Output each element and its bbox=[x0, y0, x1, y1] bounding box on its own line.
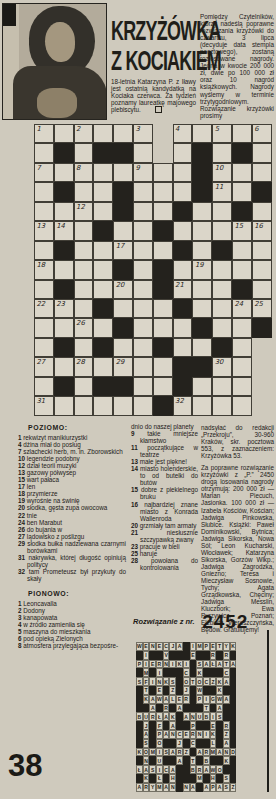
solution-black-cell bbox=[223, 704, 230, 713]
solution-letter-cell: T bbox=[203, 704, 210, 713]
across-clues: 1 rekwizyt manikiurzystki4 dżina miał do… bbox=[18, 434, 126, 582]
cell-r14c9[interactable] bbox=[192, 377, 212, 396]
cell-r7c7[interactable] bbox=[153, 241, 173, 260]
cell-r8c11[interactable] bbox=[232, 260, 252, 279]
solution-letter-cell: C bbox=[203, 677, 210, 686]
cell-r9c5[interactable]: 20 bbox=[113, 280, 133, 299]
cell-r3c8[interactable] bbox=[173, 163, 193, 182]
clue-item: 12 dział teorii muzyki bbox=[18, 462, 126, 469]
solution-letter-cell: K bbox=[216, 677, 223, 686]
cell-number: 5 bbox=[215, 125, 219, 133]
cell-r5c12[interactable] bbox=[252, 202, 272, 221]
black-cell bbox=[173, 377, 193, 396]
cell-r11c7[interactable] bbox=[153, 318, 173, 337]
solution-letter-cell: I bbox=[143, 651, 150, 660]
cell-r11c6[interactable] bbox=[133, 318, 153, 337]
solution-black-cell bbox=[230, 686, 237, 695]
solution-letter-cell: M bbox=[143, 668, 150, 677]
cell-r4c8[interactable] bbox=[173, 182, 193, 201]
solution-letter-cell: E bbox=[183, 730, 190, 739]
solution-letter-cell: P bbox=[203, 642, 210, 651]
cell-r15c5[interactable] bbox=[113, 396, 133, 415]
cell-r5c6[interactable] bbox=[133, 202, 153, 221]
black-cell bbox=[153, 338, 173, 357]
clue-item: 23 pracuje w bieli bbox=[131, 543, 198, 550]
solution-letter-cell: L bbox=[169, 695, 176, 704]
editorial-column: nadsyłać do redakcji „Przekroju”, 30-960… bbox=[201, 424, 274, 633]
down-clues-col1: 1 Leoncavalla2 Dodony3 kanapowata4 w źró… bbox=[18, 600, 126, 649]
cell-number: 10 bbox=[215, 164, 224, 172]
solution-black-cell bbox=[216, 739, 223, 748]
cell-r1c11[interactable] bbox=[232, 124, 252, 143]
cell-r10c11[interactable]: 24 bbox=[232, 299, 252, 318]
cell-r8c9[interactable]: 19 bbox=[192, 260, 212, 279]
cell-r6c3[interactable] bbox=[74, 221, 94, 240]
solution-black-cell bbox=[176, 765, 183, 774]
solution-letter-cell: A bbox=[149, 704, 156, 713]
cell-r11c1[interactable] bbox=[34, 318, 54, 337]
solution-letter-cell: K bbox=[169, 712, 176, 721]
cell-r1c8[interactable]: 4 bbox=[173, 124, 193, 143]
cell-number: 24 bbox=[234, 300, 243, 308]
cell-r9c8[interactable]: 21 bbox=[173, 280, 193, 299]
solution-letter-cell: W bbox=[136, 642, 143, 651]
cell-r7c1[interactable] bbox=[34, 241, 54, 260]
no-cell bbox=[252, 377, 272, 396]
cell-r7c5[interactable]: 17 bbox=[113, 241, 133, 260]
solution-letter-cell: U bbox=[196, 712, 203, 721]
solution-letter-cell: Y bbox=[223, 642, 230, 651]
solution-letter-cell: J bbox=[183, 686, 190, 695]
solution-black-cell bbox=[190, 668, 197, 677]
cell-r12c6[interactable] bbox=[133, 338, 153, 357]
woman-arm bbox=[37, 88, 77, 118]
solution-letter-cell: Z bbox=[183, 748, 190, 757]
solution-black-cell bbox=[149, 668, 156, 677]
solution-letter-cell: R bbox=[176, 748, 183, 757]
cell-r10c10[interactable] bbox=[212, 299, 232, 318]
cell-r4c4[interactable] bbox=[93, 182, 113, 201]
solution-letter-cell: S bbox=[169, 677, 176, 686]
cell-r1c9[interactable] bbox=[192, 124, 212, 143]
cell-r14c1[interactable] bbox=[34, 377, 54, 396]
solution-black-cell bbox=[143, 704, 150, 713]
cell-r6c2[interactable]: 14 bbox=[54, 221, 74, 240]
cell-r8c12[interactable] bbox=[252, 260, 272, 279]
cell-r6c1[interactable]: 13 bbox=[34, 221, 54, 240]
cell-r2c3[interactable] bbox=[74, 143, 94, 162]
cell-number: 20 bbox=[116, 281, 125, 289]
cell-r9c10[interactable] bbox=[212, 280, 232, 299]
cell-r5c1[interactable] bbox=[34, 202, 54, 221]
solution-letter-cell: B bbox=[203, 756, 210, 765]
page-number: 38 bbox=[8, 748, 42, 784]
clue-item: 13 gazowy półwysep bbox=[18, 469, 126, 476]
solution-black-cell bbox=[216, 651, 223, 660]
solution-letter-cell: R bbox=[149, 712, 156, 721]
cell-r10c5[interactable] bbox=[113, 299, 133, 318]
clue-item: 14 miasto holenderskie, to od butelki do… bbox=[131, 465, 198, 486]
cell-r10c7[interactable] bbox=[153, 299, 173, 318]
cell-r15c8[interactable]: 32 bbox=[173, 396, 193, 415]
solution-black-cell bbox=[183, 774, 190, 783]
solution-letter-cell: I bbox=[156, 748, 163, 757]
cell-r10c1[interactable]: 22 bbox=[34, 299, 54, 318]
solution-letter-cell: S bbox=[223, 774, 230, 783]
solution-letter-cell: P bbox=[210, 783, 217, 792]
cell-r10c12[interactable]: 25 bbox=[252, 299, 272, 318]
solution-black-cell bbox=[223, 765, 230, 774]
cell-r7c9[interactable] bbox=[192, 241, 212, 260]
cell-r13c11[interactable] bbox=[232, 357, 252, 376]
cell-r9c9[interactable] bbox=[192, 280, 212, 299]
cell-number: 25 bbox=[254, 300, 263, 308]
solution-letter-cell: A bbox=[163, 695, 170, 704]
clue-item: 20 grzmiały tam armaty bbox=[131, 522, 198, 529]
cell-r14c10[interactable] bbox=[212, 377, 232, 396]
cell-r10c2[interactable]: 23 bbox=[54, 299, 74, 318]
cell-r15c2[interactable] bbox=[54, 396, 74, 415]
cell-r6c8[interactable] bbox=[173, 221, 193, 240]
cell-r2c8[interactable] bbox=[173, 143, 193, 162]
solution-letter-cell: P bbox=[136, 660, 143, 669]
solution-letter-cell: B bbox=[136, 712, 143, 721]
cell-number: 19 bbox=[195, 261, 204, 269]
cell-number: 3 bbox=[135, 125, 139, 133]
solution-letter-cell: A bbox=[216, 783, 223, 792]
solution-letter-cell: N bbox=[190, 712, 197, 721]
cell-r13c5[interactable]: 29 bbox=[113, 357, 133, 376]
solution-letter-cell: Z bbox=[230, 783, 237, 792]
cell-r14c7[interactable] bbox=[153, 377, 173, 396]
cell-r8c8[interactable] bbox=[173, 260, 193, 279]
solution-letter-cell: R bbox=[156, 660, 163, 669]
solution-letter-cell: S bbox=[143, 739, 150, 748]
cell-r9c3[interactable] bbox=[74, 280, 94, 299]
solution-letter-cell: S bbox=[163, 748, 170, 757]
black-cell bbox=[153, 396, 173, 415]
cell-r10c9[interactable] bbox=[192, 299, 212, 318]
clue-item: 6 pod opieką Zielonych bbox=[18, 635, 126, 642]
no-cell bbox=[153, 143, 173, 162]
solution-black-cell bbox=[183, 704, 190, 713]
cell-r1c4[interactable] bbox=[93, 124, 113, 143]
cell-r3c12[interactable] bbox=[252, 163, 272, 182]
solution-black-cell bbox=[149, 721, 156, 730]
solution-black-cell bbox=[163, 756, 170, 765]
black-cell bbox=[192, 357, 212, 376]
cell-r1c1[interactable]: 1 bbox=[34, 124, 54, 143]
cell-r11c10[interactable] bbox=[212, 318, 232, 337]
cell-r3c11[interactable] bbox=[232, 163, 252, 182]
cell-r6c9[interactable] bbox=[192, 221, 212, 240]
cell-r15c4[interactable] bbox=[93, 396, 113, 415]
solution-black-cell bbox=[163, 774, 170, 783]
solution-letter-cell: R bbox=[223, 651, 230, 660]
solution-letter-cell: T bbox=[143, 686, 150, 695]
solution-letter-cell: O bbox=[183, 677, 190, 686]
solution-letter-cell: A bbox=[183, 712, 190, 721]
cell-number: 11 bbox=[215, 183, 224, 191]
solution-letter-cell: W bbox=[156, 695, 163, 704]
solution-black-cell bbox=[203, 774, 210, 783]
cell-r7c11[interactable] bbox=[232, 241, 252, 260]
cell-r15c10[interactable] bbox=[212, 396, 232, 415]
solution-black-cell bbox=[230, 704, 237, 713]
solution-black-cell bbox=[230, 721, 237, 730]
cell-r12c1[interactable] bbox=[34, 338, 54, 357]
cell-r4c3[interactable] bbox=[74, 182, 94, 201]
solution-black-cell bbox=[230, 677, 237, 686]
cell-r13c3[interactable]: 28 bbox=[74, 357, 94, 376]
cell-r4c11[interactable] bbox=[232, 182, 252, 201]
black-cell bbox=[192, 143, 212, 162]
clue-item: 28 powołana do kontrolowania bbox=[131, 557, 198, 571]
solution-letter-cell: E bbox=[143, 642, 150, 651]
down-clues-col2: dnio do naszej planety9 takie mniejsze k… bbox=[131, 423, 198, 571]
solution-black-cell bbox=[216, 721, 223, 730]
cell-r15c3[interactable] bbox=[74, 396, 94, 415]
cell-r6c5[interactable] bbox=[113, 221, 133, 240]
solution-black-cell bbox=[163, 686, 170, 695]
solution-letter-cell: A bbox=[176, 642, 183, 651]
solution-letter-cell: M bbox=[196, 774, 203, 783]
cell-r3c1[interactable]: 7 bbox=[34, 163, 54, 182]
cell-r8c1[interactable]: 18 bbox=[34, 260, 54, 279]
clue-item: 7 szlachecki herb, m. in. Zborowskich bbox=[18, 448, 126, 455]
cell-r11c2[interactable] bbox=[54, 318, 74, 337]
solution-letter-cell: R bbox=[143, 783, 150, 792]
cell-r15c11[interactable] bbox=[232, 396, 252, 415]
cell-r4c10[interactable]: 11 bbox=[212, 182, 232, 201]
cell-number: 17 bbox=[116, 242, 125, 250]
cell-r6c11[interactable]: 15 bbox=[232, 221, 252, 240]
solution-black-cell bbox=[149, 774, 156, 783]
cell-r12c3[interactable] bbox=[74, 338, 94, 357]
solution-letter-cell: A bbox=[223, 695, 230, 704]
clue-item: 1 rekwizyt manikiurzystki bbox=[18, 434, 126, 441]
cell-number: 22 bbox=[37, 300, 46, 308]
cell-r8c2[interactable] bbox=[54, 260, 74, 279]
cell-r5c9[interactable] bbox=[192, 202, 212, 221]
cell-r11c4[interactable] bbox=[93, 318, 113, 337]
cell-r12c11[interactable] bbox=[232, 338, 252, 357]
solution-letter-cell: A bbox=[190, 783, 197, 792]
solution-grid: WENECJAIMPETYKIVERRPIERNIKISAŁATAMICKCSF… bbox=[136, 642, 236, 792]
cell-r3c6[interactable]: 9 bbox=[133, 163, 153, 182]
cell-r15c1[interactable]: 31 bbox=[34, 396, 54, 415]
solution-black-cell bbox=[230, 774, 237, 783]
cell-number: 1 bbox=[37, 125, 41, 133]
solution-letter-cell: N bbox=[183, 783, 190, 792]
cell-r9c6[interactable] bbox=[133, 280, 153, 299]
solution-letter-cell: Y bbox=[149, 783, 156, 792]
cell-number: 21 bbox=[175, 281, 184, 289]
cell-r6c10[interactable] bbox=[212, 221, 232, 240]
crossword-grid: 1234567891011121314151617181920212223242… bbox=[34, 124, 272, 416]
solution-letter-cell: A bbox=[143, 730, 150, 739]
cell-r1c5[interactable] bbox=[113, 124, 133, 143]
solution-letter-cell: A bbox=[223, 677, 230, 686]
cell-r3c10[interactable]: 10 bbox=[212, 163, 232, 182]
cell-number: 26 bbox=[76, 319, 85, 327]
cell-r9c12[interactable] bbox=[252, 280, 272, 299]
cell-r11c8[interactable] bbox=[173, 318, 193, 337]
cell-r13c2[interactable] bbox=[54, 357, 74, 376]
cell-r14c6[interactable] bbox=[133, 377, 153, 396]
solution-letter-cell: T bbox=[223, 660, 230, 669]
solution-letter-cell: A bbox=[203, 660, 210, 669]
cell-r1c12[interactable]: 6 bbox=[252, 124, 272, 143]
cell-r5c10[interactable] bbox=[212, 202, 232, 221]
cell-r12c8[interactable] bbox=[173, 338, 193, 357]
solution-letter-cell: A bbox=[169, 765, 176, 774]
cell-r14c11[interactable] bbox=[232, 377, 252, 396]
cell-r7c4[interactable] bbox=[93, 241, 113, 260]
cell-r14c3[interactable] bbox=[74, 377, 94, 396]
cell-r5c7[interactable] bbox=[153, 202, 173, 221]
title-line1: KRZYŻÓWKA bbox=[111, 16, 197, 45]
cell-r13c7[interactable] bbox=[153, 357, 173, 376]
solution-black-cell bbox=[210, 668, 217, 677]
cell-r4c1[interactable] bbox=[34, 182, 54, 201]
cell-r12c5[interactable] bbox=[113, 338, 133, 357]
cell-r3c4[interactable] bbox=[93, 163, 113, 182]
black-cell bbox=[153, 221, 173, 240]
solution-black-cell bbox=[183, 642, 190, 651]
solution-black-cell bbox=[169, 651, 176, 660]
cell-r12c9[interactable] bbox=[192, 338, 212, 357]
cell-r3c3[interactable]: 8 bbox=[74, 163, 94, 182]
cell-r6c12[interactable]: 16 bbox=[252, 221, 272, 240]
solution-letter-cell: C bbox=[223, 668, 230, 677]
black-cell bbox=[54, 143, 74, 162]
solution-letter-cell: H bbox=[169, 774, 176, 783]
solution-letter-cell: C bbox=[190, 739, 197, 748]
black-cell bbox=[173, 202, 193, 221]
solution-black-cell bbox=[203, 721, 210, 730]
cell-r2c10[interactable] bbox=[212, 143, 232, 162]
solution-letter-cell: Ł bbox=[156, 774, 163, 783]
solution-letter-cell: A bbox=[196, 748, 203, 757]
clue-item: 24 ben Marabut bbox=[18, 519, 126, 526]
solution-letter-cell: A bbox=[216, 660, 223, 669]
cell-r1c10[interactable]: 5 bbox=[212, 124, 232, 143]
clue-item: 1 Leoncavalla bbox=[18, 600, 126, 607]
no-cell bbox=[252, 357, 272, 376]
solution-black-cell bbox=[149, 651, 156, 660]
cell-r9c1[interactable] bbox=[34, 280, 54, 299]
cell-r13c4[interactable] bbox=[93, 357, 113, 376]
black-cell bbox=[212, 338, 232, 357]
solution-letter-cell: F bbox=[143, 677, 150, 686]
black-cell bbox=[93, 338, 113, 357]
cell-r7c3[interactable] bbox=[74, 241, 94, 260]
solution-heading-label: Rozwiązanie z nr. bbox=[133, 617, 195, 626]
cell-r13c6[interactable] bbox=[133, 357, 153, 376]
solution-letter-cell: B bbox=[190, 765, 197, 774]
cell-r7c12[interactable] bbox=[252, 241, 272, 260]
cell-r8c3[interactable] bbox=[74, 260, 94, 279]
intro-text: 18-letnia Katarzyna P. z Iławy jest osta… bbox=[111, 78, 196, 113]
black-cell bbox=[113, 202, 133, 221]
cell-r1c2[interactable] bbox=[54, 124, 74, 143]
cell-r8c4[interactable] bbox=[93, 260, 113, 279]
solution-letter-cell: N bbox=[149, 642, 156, 651]
solution-black-cell bbox=[216, 774, 223, 783]
black-cell bbox=[173, 357, 193, 376]
cell-r10c3[interactable] bbox=[74, 299, 94, 318]
solution-letter-cell: A bbox=[230, 660, 237, 669]
black-cell bbox=[173, 299, 193, 318]
solution-black-cell bbox=[163, 668, 170, 677]
cell-r13c1[interactable]: 27 bbox=[34, 357, 54, 376]
cell-r6c6[interactable] bbox=[133, 221, 153, 240]
cell-r8c10[interactable] bbox=[212, 260, 232, 279]
solution-letter-cell: A bbox=[136, 783, 143, 792]
black-cell bbox=[232, 202, 252, 221]
cell-r3c2[interactable] bbox=[54, 163, 74, 182]
clue-item: 3 kanapowata bbox=[18, 614, 126, 621]
solution-black-cell bbox=[136, 695, 143, 704]
solution-letter-cell: W bbox=[196, 686, 203, 695]
solution-letter-cell: T bbox=[216, 642, 223, 651]
cell-r7c6[interactable] bbox=[133, 241, 153, 260]
solution-letter-cell: A bbox=[176, 704, 183, 713]
solution-letter-cell: E bbox=[190, 651, 197, 660]
solution-black-cell bbox=[210, 756, 217, 765]
cell-r11c3[interactable]: 26 bbox=[74, 318, 94, 337]
cell-r4c7[interactable] bbox=[153, 182, 173, 201]
solution-letter-cell: E bbox=[210, 642, 217, 651]
clue-item: 32 tam Prometeusz był przykuty do skały bbox=[18, 568, 126, 582]
cell-r8c6[interactable] bbox=[133, 260, 153, 279]
solution-letter-cell: E bbox=[176, 695, 183, 704]
black-cell bbox=[113, 182, 133, 201]
cell-r11c11[interactable] bbox=[232, 318, 252, 337]
cell-r10c6[interactable] bbox=[133, 299, 153, 318]
clue-item: 22 tnie bbox=[18, 512, 126, 519]
solution-black-cell bbox=[190, 748, 197, 757]
cell-r3c7[interactable] bbox=[153, 163, 173, 182]
solution-letter-cell: S bbox=[223, 783, 230, 792]
solution-black-cell bbox=[169, 739, 176, 748]
cell-r1c3[interactable]: 2 bbox=[74, 124, 94, 143]
black-cell bbox=[153, 280, 173, 299]
cell-r4c6[interactable] bbox=[133, 182, 153, 201]
cell-r2c12[interactable] bbox=[252, 143, 272, 162]
solution-black-cell bbox=[136, 739, 143, 748]
cell-r2c6[interactable] bbox=[133, 143, 153, 162]
cell-r3c5[interactable] bbox=[113, 163, 133, 182]
solution-black-cell bbox=[176, 677, 183, 686]
cell-r5c4[interactable] bbox=[93, 202, 113, 221]
cell-r5c2[interactable] bbox=[54, 202, 74, 221]
solution-letter-cell: K bbox=[176, 660, 183, 669]
cell-r1c6[interactable]: 3 bbox=[133, 124, 153, 143]
solution-letter-cell: V bbox=[163, 651, 170, 660]
cell-r9c4[interactable] bbox=[93, 280, 113, 299]
cell-r2c1[interactable] bbox=[34, 143, 54, 162]
cell-r5c3[interactable]: 12 bbox=[74, 202, 94, 221]
cell-r15c6[interactable] bbox=[133, 396, 153, 415]
solution-black-cell bbox=[216, 668, 223, 677]
solution-letter-cell: A bbox=[203, 783, 210, 792]
solution-black-cell bbox=[156, 651, 163, 660]
cell-r15c9[interactable] bbox=[192, 396, 212, 415]
cell-r13c10[interactable]: 30 bbox=[212, 357, 232, 376]
solution-letter-cell: Z bbox=[169, 686, 176, 695]
